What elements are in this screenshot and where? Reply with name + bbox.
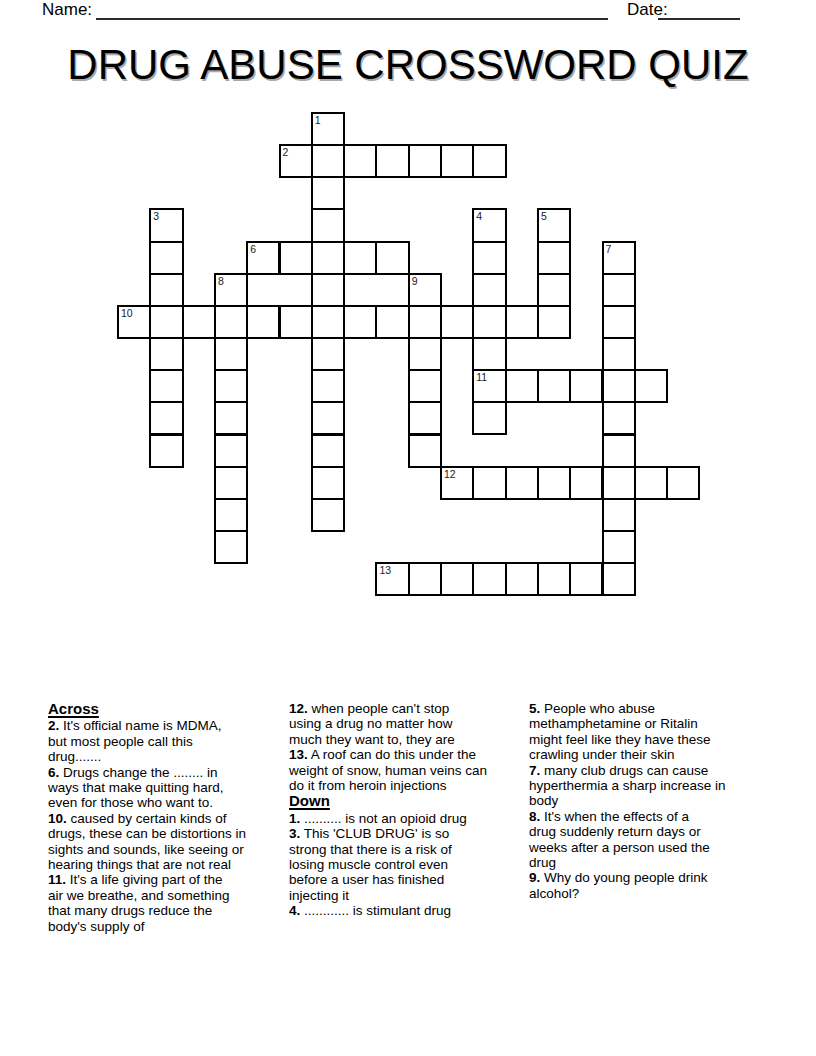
grid-cell[interactable]: [311, 241, 345, 275]
grid-cell[interactable]: [602, 337, 636, 371]
grid-cell[interactable]: [505, 369, 539, 403]
clue-item-12: 12. when people can't stop using a drug …: [289, 701, 539, 747]
grid-cell[interactable]: [214, 337, 248, 371]
grid-cell[interactable]: [343, 305, 377, 339]
grid-cell[interactable]: [472, 337, 506, 371]
grid-cell[interactable]: [408, 305, 442, 339]
grid-cell[interactable]: [149, 241, 183, 275]
grid-cell[interactable]: [279, 241, 313, 275]
grid-cell[interactable]: [569, 466, 603, 500]
grid-cell[interactable]: [408, 401, 442, 435]
grid-cell[interactable]: [537, 369, 571, 403]
grid-cell[interactable]: [311, 369, 345, 403]
grid-cell[interactable]: [311, 466, 345, 500]
cell-number: 1: [315, 114, 321, 126]
grid-cell[interactable]: [408, 434, 442, 468]
clue-item-13: 13. A roof can do this under the weight …: [289, 747, 539, 793]
clue-item-6: 6. Drugs change the ........ in ways tha…: [48, 765, 298, 811]
grid-cell[interactable]: [602, 434, 636, 468]
grid-cell[interactable]: [472, 466, 506, 500]
grid-cell[interactable]: [505, 466, 539, 500]
cell-number: 9: [412, 275, 418, 287]
cell-number: 3: [153, 210, 159, 222]
grid-cell[interactable]: [311, 305, 345, 339]
grid-cell[interactable]: [634, 466, 668, 500]
grid-cell[interactable]: [311, 498, 345, 532]
grid-cell[interactable]: [408, 369, 442, 403]
grid-cell[interactable]: [440, 562, 474, 596]
grid-cell-4[interactable]: 4: [472, 208, 506, 242]
grid-cell[interactable]: [602, 401, 636, 435]
clue-item-11: 11. It's a life giving part of the air w…: [48, 872, 298, 934]
grid-cell-11[interactable]: 11: [472, 369, 506, 403]
grid-cell[interactable]: [472, 562, 506, 596]
grid-cell[interactable]: [311, 273, 345, 307]
cell-number: 4: [476, 210, 482, 222]
cell-number: 12: [444, 468, 456, 480]
clue-item-7: 7. many club drugs can cause hyperthermi…: [529, 763, 774, 809]
grid-cell[interactable]: [472, 305, 506, 339]
grid-cell[interactable]: [505, 305, 539, 339]
grid-cell[interactable]: [246, 273, 313, 307]
cell-number: 8: [218, 275, 224, 287]
grid-cell[interactable]: [149, 434, 183, 468]
clues-column-1: Across2. It's official name is MDMA, but…: [48, 701, 298, 934]
grid-cell[interactable]: [472, 144, 506, 178]
grid-cell[interactable]: [214, 305, 248, 339]
grid-cell[interactable]: [440, 305, 474, 339]
grid-cell[interactable]: [602, 369, 636, 403]
grid-cell[interactable]: [311, 434, 345, 468]
grid-cell[interactable]: [602, 562, 636, 596]
grid-cell[interactable]: [602, 498, 636, 532]
clue-item-1: 1. .......... is not an opioid drug: [289, 811, 539, 826]
cell-number: 5: [541, 210, 547, 222]
grid-cell[interactable]: [537, 273, 571, 307]
grid-cell[interactable]: [214, 466, 248, 500]
grid-cell-1[interactable]: 1: [311, 112, 345, 146]
grid-cell[interactable]: [440, 144, 474, 178]
grid-cell-8[interactable]: 8: [214, 273, 248, 307]
grid-cell-5[interactable]: 5: [537, 208, 571, 242]
grid-cell[interactable]: [214, 401, 248, 435]
grid-cell[interactable]: [472, 401, 506, 435]
grid-cell[interactable]: [602, 530, 636, 564]
grid-cell[interactable]: [569, 369, 603, 403]
grid-cell-10[interactable]: 10: [117, 305, 151, 339]
clues-column-3: 5. People who abuse methamphetamine or R…: [529, 701, 774, 901]
grid-cell-3[interactable]: 3: [149, 208, 183, 242]
grid-cell[interactable]: [214, 498, 248, 532]
clue-item-4: 4. ............ is stimulant drug: [289, 903, 539, 918]
grid-cell[interactable]: [214, 530, 248, 564]
clues-column-2: 12. when people can't stop using a drug …: [289, 701, 539, 919]
grid-cell[interactable]: [149, 337, 183, 371]
grid-cell[interactable]: [214, 369, 248, 403]
grid-cell[interactable]: [279, 305, 313, 339]
grid-cell[interactable]: [375, 305, 409, 339]
clues-header-down: Down: [289, 793, 539, 808]
grid-cell[interactable]: [343, 241, 377, 275]
clue-item-8: 8. It's when the effects of a drug sudde…: [529, 809, 774, 871]
grid-cell-2[interactable]: 2: [279, 144, 313, 178]
grid-cell[interactable]: [311, 208, 345, 242]
grid-cell[interactable]: [602, 273, 636, 307]
grid-cell[interactable]: [472, 241, 506, 275]
grid-cell[interactable]: [505, 562, 539, 596]
grid-cell[interactable]: [182, 305, 216, 339]
grid-cell[interactable]: [343, 144, 377, 178]
clues-header-across: Across: [48, 701, 298, 716]
grid-cell-6[interactable]: 6: [246, 241, 280, 275]
grid-cell[interactable]: [569, 562, 603, 596]
grid-cell[interactable]: [537, 466, 571, 500]
cell-number: 2: [283, 146, 289, 158]
grid-cell[interactable]: [375, 144, 409, 178]
clue-item-9: 9. Why do young people drink alcohol?: [529, 870, 774, 901]
grid-cell[interactable]: [149, 305, 183, 339]
grid-cell[interactable]: [375, 241, 409, 275]
grid-cell[interactable]: [602, 466, 636, 500]
grid-cell[interactable]: [602, 305, 636, 339]
grid-cell[interactable]: [311, 176, 345, 210]
clue-item-2: 2. It's official name is MDMA, but most …: [48, 718, 298, 764]
clue-item-5: 5. People who abuse methamphetamine or R…: [529, 701, 774, 763]
grid-cell[interactable]: [408, 562, 442, 596]
grid-cell[interactable]: [408, 337, 442, 371]
crossword-grid: 12345678910111213: [0, 0, 816, 700]
grid-cell[interactable]: [537, 562, 571, 596]
grid-cell[interactable]: [149, 369, 183, 403]
grid-cell[interactable]: [472, 273, 506, 307]
cell-number: 13: [379, 564, 391, 576]
cell-number: 10: [121, 307, 133, 319]
grid-cell[interactable]: [311, 401, 345, 435]
grid-cell[interactable]: [149, 401, 183, 435]
cell-number: 11: [476, 371, 487, 383]
cell-number: 7: [606, 243, 612, 255]
grid-cell[interactable]: [149, 273, 183, 307]
grid-cell-9[interactable]: 9: [408, 273, 442, 307]
grid-cell[interactable]: [214, 434, 248, 468]
grid-cell-7[interactable]: 7: [602, 241, 636, 275]
cell-number: 6: [250, 243, 256, 255]
grid-cell-13[interactable]: 13: [375, 562, 409, 596]
grid-cell[interactable]: [537, 305, 571, 339]
grid-cell[interactable]: [537, 241, 571, 275]
grid-cell[interactable]: [311, 337, 345, 371]
grid-cell[interactable]: [246, 305, 280, 339]
clue-item-3: 3. This 'CLUB DRUG' is so strong that th…: [289, 826, 539, 903]
grid-cell-12[interactable]: 12: [440, 466, 474, 500]
grid-cell[interactable]: [408, 144, 442, 178]
grid-cell[interactable]: [666, 466, 700, 500]
grid-cell[interactable]: [343, 273, 410, 307]
worksheet-page: { "header": { "name_label": "Name:", "da…: [0, 0, 816, 1056]
grid-cell[interactable]: [311, 144, 345, 178]
grid-cell[interactable]: [634, 369, 668, 403]
clue-item-10: 10. caused by certain kinds of drugs, th…: [48, 811, 298, 873]
